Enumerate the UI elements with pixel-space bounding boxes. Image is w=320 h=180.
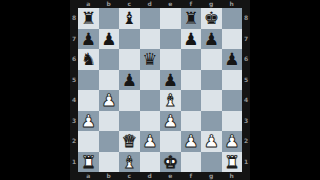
square-b8[interactable] (99, 8, 120, 29)
square-d3[interactable] (140, 111, 161, 132)
square-c7[interactable] (119, 29, 140, 50)
piece-white-pawn: ♟ (81, 111, 96, 132)
square-d8[interactable] (140, 8, 161, 29)
square-a8[interactable]: ♜ (78, 8, 99, 29)
file-label-top-g: g (201, 0, 222, 8)
square-c3[interactable] (119, 111, 140, 132)
piece-black-pawn: ♟ (163, 70, 178, 91)
rank-label-right-5: 5 (242, 70, 250, 91)
square-a5[interactable] (78, 70, 99, 91)
piece-white-pawn: ♟ (183, 131, 198, 152)
square-g3[interactable] (201, 111, 222, 132)
square-a7[interactable]: ♟ (78, 29, 99, 50)
rank-label-right-6: 6 (242, 49, 250, 70)
rank-label-left-2: 2 (70, 131, 78, 152)
square-a2[interactable] (78, 131, 99, 152)
square-d4[interactable] (140, 90, 161, 111)
rank-label-left-1: 1 (70, 152, 78, 173)
square-g7[interactable]: ♟ (201, 29, 222, 50)
piece-black-knight: ♞ (81, 49, 96, 70)
file-label-bottom-h: h (222, 172, 243, 180)
piece-black-pawn: ♟ (224, 49, 239, 70)
square-b2[interactable] (99, 131, 120, 152)
file-label-bottom-a: a (78, 172, 99, 180)
board-border-corner (70, 172, 78, 180)
piece-black-rook: ♜ (81, 8, 96, 29)
square-b3[interactable] (99, 111, 120, 132)
file-label-top-h: h (222, 0, 243, 8)
square-h6[interactable]: ♟ (222, 49, 243, 70)
piece-white-king: ♚ (163, 152, 178, 173)
square-h5[interactable] (222, 70, 243, 91)
file-label-top-d: d (140, 0, 161, 8)
piece-black-rook: ♜ (183, 8, 198, 29)
square-f8[interactable]: ♜ (181, 8, 202, 29)
square-b6[interactable] (99, 49, 120, 70)
square-e2[interactable] (160, 131, 181, 152)
video-frame: abcdefgh8♜♝♜♚87♟♟♟♟76♞♛♟65♟♟54♟♝43♟♟32♛♟… (0, 0, 320, 180)
square-f6[interactable] (181, 49, 202, 70)
rank-label-right-4: 4 (242, 90, 250, 111)
rank-label-left-4: 4 (70, 90, 78, 111)
square-f2[interactable]: ♟ (181, 131, 202, 152)
piece-black-king: ♚ (204, 8, 219, 29)
piece-black-pawn: ♟ (204, 29, 219, 50)
rank-label-left-6: 6 (70, 49, 78, 70)
square-h3[interactable] (222, 111, 243, 132)
square-a4[interactable] (78, 90, 99, 111)
square-d1[interactable] (140, 152, 161, 173)
chess-board: abcdefgh8♜♝♜♚87♟♟♟♟76♞♛♟65♟♟54♟♝43♟♟32♛♟… (70, 0, 250, 180)
square-c6[interactable] (119, 49, 140, 70)
file-label-bottom-c: c (119, 172, 140, 180)
square-e7[interactable] (160, 29, 181, 50)
square-e4[interactable]: ♝ (160, 90, 181, 111)
square-h8[interactable] (222, 8, 243, 29)
piece-black-pawn: ♟ (101, 29, 116, 50)
square-f7[interactable]: ♟ (181, 29, 202, 50)
file-label-top-a: a (78, 0, 99, 8)
square-c4[interactable] (119, 90, 140, 111)
square-e3[interactable]: ♟ (160, 111, 181, 132)
board-border-corner (70, 0, 78, 8)
file-label-bottom-d: d (140, 172, 161, 180)
square-a3[interactable]: ♟ (78, 111, 99, 132)
file-label-top-e: e (160, 0, 181, 8)
rank-label-left-5: 5 (70, 70, 78, 91)
rank-label-left-7: 7 (70, 29, 78, 50)
square-b1[interactable] (99, 152, 120, 173)
square-c2[interactable]: ♛ (119, 131, 140, 152)
square-g1[interactable] (201, 152, 222, 173)
piece-white-rook: ♜ (81, 152, 96, 173)
square-c1[interactable]: ♝ (119, 152, 140, 173)
square-g8[interactable]: ♚ (201, 8, 222, 29)
file-label-bottom-g: g (201, 172, 222, 180)
square-h1[interactable]: ♜ (222, 152, 243, 173)
file-label-bottom-f: f (181, 172, 202, 180)
file-label-bottom-b: b (99, 172, 120, 180)
piece-black-queen: ♛ (142, 49, 157, 70)
square-f3[interactable] (181, 111, 202, 132)
square-f1[interactable] (181, 152, 202, 173)
square-e1[interactable]: ♚ (160, 152, 181, 173)
square-d5[interactable] (140, 70, 161, 91)
square-d7[interactable] (140, 29, 161, 50)
square-e6[interactable] (160, 49, 181, 70)
square-f5[interactable] (181, 70, 202, 91)
square-g2[interactable]: ♟ (201, 131, 222, 152)
square-b7[interactable]: ♟ (99, 29, 120, 50)
square-g6[interactable] (201, 49, 222, 70)
piece-white-pawn: ♟ (204, 131, 219, 152)
rank-label-left-3: 3 (70, 111, 78, 132)
square-b4[interactable]: ♟ (99, 90, 120, 111)
file-label-top-b: b (99, 0, 120, 8)
piece-white-pawn: ♟ (224, 131, 239, 152)
file-label-top-c: c (119, 0, 140, 8)
square-h7[interactable] (222, 29, 243, 50)
piece-black-pawn: ♟ (81, 29, 96, 50)
board-grid: abcdefgh8♜♝♜♚87♟♟♟♟76♞♛♟65♟♟54♟♝43♟♟32♛♟… (70, 0, 250, 180)
square-d6[interactable]: ♛ (140, 49, 161, 70)
piece-white-rook: ♜ (224, 152, 239, 173)
file-label-bottom-e: e (160, 172, 181, 180)
rank-label-right-7: 7 (242, 29, 250, 50)
piece-white-pawn: ♟ (101, 90, 116, 111)
square-g5[interactable] (201, 70, 222, 91)
board-border-corner (242, 172, 250, 180)
square-c8[interactable]: ♝ (119, 8, 140, 29)
rank-label-right-3: 3 (242, 111, 250, 132)
piece-black-pawn: ♟ (183, 29, 198, 50)
rank-label-right-2: 2 (242, 131, 250, 152)
piece-white-bishop: ♝ (122, 152, 137, 173)
rank-label-right-1: 1 (242, 152, 250, 173)
square-a1[interactable]: ♜ (78, 152, 99, 173)
square-h4[interactable] (222, 90, 243, 111)
square-b5[interactable] (99, 70, 120, 91)
board-border-corner (242, 0, 250, 8)
square-a6[interactable]: ♞ (78, 49, 99, 70)
piece-black-bishop: ♝ (122, 8, 137, 29)
square-e8[interactable] (160, 8, 181, 29)
rank-label-left-8: 8 (70, 8, 78, 29)
rank-label-right-8: 8 (242, 8, 250, 29)
file-label-top-f: f (181, 0, 202, 8)
piece-white-bishop: ♝ (163, 90, 178, 111)
piece-white-queen: ♛ (122, 131, 137, 152)
square-g4[interactable] (201, 90, 222, 111)
square-e5[interactable]: ♟ (160, 70, 181, 91)
piece-white-pawn: ♟ (163, 111, 178, 132)
square-h2[interactable]: ♟ (222, 131, 243, 152)
piece-black-pawn: ♟ (122, 70, 137, 91)
square-d2[interactable]: ♟ (140, 131, 161, 152)
square-c5[interactable]: ♟ (119, 70, 140, 91)
piece-white-pawn: ♟ (142, 131, 157, 152)
square-f4[interactable] (181, 90, 202, 111)
